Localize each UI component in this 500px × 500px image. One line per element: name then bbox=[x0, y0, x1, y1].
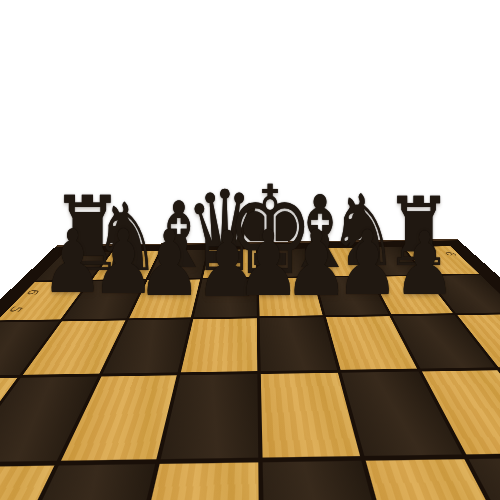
piece-pawn-h7: ♟ bbox=[390, 221, 460, 308]
product-photo-scene: 66554 ♜♞♝♛♚♝♞♜♟♟♟♟♟♟♟♟ bbox=[0, 0, 500, 500]
pieces-layer: ♜♞♝♛♚♝♞♜♟♟♟♟♟♟♟♟ bbox=[0, 0, 500, 500]
